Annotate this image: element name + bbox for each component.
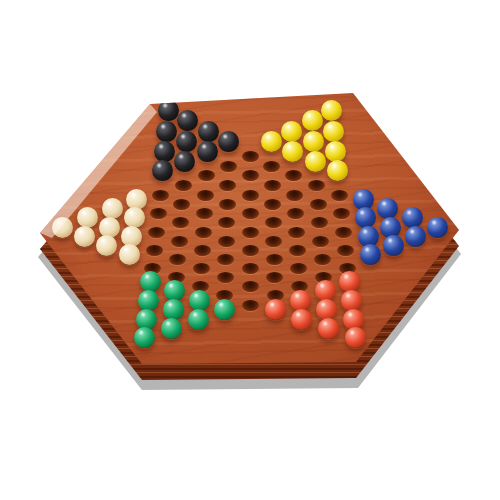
marble-black[interactable] bbox=[154, 141, 175, 162]
chinese-checkers-scene: chinese-checkers bbox=[0, 0, 500, 500]
marble-white[interactable] bbox=[99, 217, 120, 238]
board-hole[interactable] bbox=[242, 281, 259, 292]
marble-red[interactable] bbox=[341, 290, 362, 311]
board-hole[interactable] bbox=[173, 199, 190, 210]
board-hole[interactable] bbox=[219, 199, 236, 210]
board-hole[interactable] bbox=[266, 254, 283, 265]
board-hole[interactable] bbox=[152, 190, 169, 201]
board-hole[interactable] bbox=[242, 227, 259, 238]
marble-red[interactable] bbox=[339, 271, 360, 292]
marble-black[interactable] bbox=[152, 160, 173, 181]
marble-green[interactable] bbox=[189, 290, 210, 311]
marble-black[interactable] bbox=[198, 121, 219, 142]
board-hole[interactable] bbox=[331, 190, 348, 201]
marble-white[interactable] bbox=[124, 207, 145, 228]
marble-blue[interactable] bbox=[383, 235, 404, 256]
marble-green[interactable] bbox=[138, 290, 159, 311]
board-hole[interactable] bbox=[242, 263, 259, 274]
marble-green[interactable] bbox=[163, 299, 184, 320]
board-hole[interactable] bbox=[287, 208, 304, 219]
marble-yellow[interactable] bbox=[323, 121, 344, 142]
marble-yellow[interactable] bbox=[305, 151, 326, 172]
board-hole[interactable] bbox=[193, 263, 210, 274]
marble-red[interactable] bbox=[343, 309, 364, 330]
marble-white[interactable] bbox=[96, 235, 117, 256]
marble-yellow[interactable] bbox=[321, 100, 342, 121]
marble-green[interactable] bbox=[188, 309, 209, 330]
marble-black[interactable] bbox=[176, 131, 197, 152]
board-hole[interactable] bbox=[171, 236, 188, 247]
marble-yellow[interactable] bbox=[302, 110, 323, 131]
marble-blue[interactable] bbox=[427, 217, 448, 238]
board-hole[interactable] bbox=[289, 245, 306, 256]
board-hole[interactable] bbox=[242, 245, 259, 256]
board-hole[interactable] bbox=[337, 245, 354, 256]
marble-yellow[interactable] bbox=[281, 121, 302, 142]
board-hole[interactable] bbox=[242, 170, 259, 181]
marble-red[interactable] bbox=[318, 318, 339, 339]
board-hole[interactable] bbox=[242, 190, 259, 201]
marble-green[interactable] bbox=[214, 299, 235, 320]
board-hole[interactable] bbox=[311, 217, 328, 228]
marble-blue[interactable] bbox=[405, 226, 426, 247]
board-hole[interactable] bbox=[308, 180, 325, 191]
board-hole[interactable] bbox=[333, 208, 350, 219]
game-board bbox=[0, 0, 500, 500]
board-hole[interactable] bbox=[285, 170, 302, 181]
board-hole[interactable] bbox=[218, 236, 235, 247]
marble-black[interactable] bbox=[156, 121, 177, 142]
board-hole[interactable] bbox=[264, 180, 281, 191]
board-hole[interactable] bbox=[194, 245, 211, 256]
marble-red[interactable] bbox=[290, 290, 311, 311]
marble-black[interactable] bbox=[197, 141, 218, 162]
board-hole[interactable] bbox=[219, 180, 236, 191]
board-hole[interactable] bbox=[265, 217, 282, 228]
marble-yellow[interactable] bbox=[261, 131, 282, 152]
marble-yellow[interactable] bbox=[327, 160, 348, 181]
board-hole[interactable] bbox=[266, 272, 283, 283]
board-hole[interactable] bbox=[195, 227, 212, 238]
board-hole[interactable] bbox=[290, 263, 307, 274]
marble-blue[interactable] bbox=[377, 198, 398, 219]
marble-white[interactable] bbox=[77, 207, 98, 228]
board-hole[interactable] bbox=[217, 254, 234, 265]
board-hole[interactable] bbox=[148, 227, 165, 238]
board-hole[interactable] bbox=[217, 272, 234, 283]
board-hole[interactable] bbox=[169, 254, 186, 265]
board-hole[interactable] bbox=[263, 161, 280, 172]
board-hole[interactable] bbox=[196, 208, 213, 219]
board-hole[interactable] bbox=[265, 236, 282, 247]
board-hole[interactable] bbox=[242, 300, 259, 311]
board-hole[interactable] bbox=[314, 254, 331, 265]
board-hole[interactable] bbox=[312, 236, 329, 247]
marble-white[interactable] bbox=[74, 226, 95, 247]
board-hole[interactable] bbox=[310, 199, 327, 210]
board-hole[interactable] bbox=[286, 190, 303, 201]
marble-black[interactable] bbox=[177, 110, 198, 131]
board-hole[interactable] bbox=[264, 199, 281, 210]
board-hole[interactable] bbox=[335, 227, 352, 238]
marble-red[interactable] bbox=[345, 327, 366, 348]
board-hole[interactable] bbox=[242, 208, 259, 219]
marble-green[interactable] bbox=[134, 327, 155, 348]
board-hole[interactable] bbox=[146, 245, 163, 256]
marble-black[interactable] bbox=[174, 151, 195, 172]
board-hole[interactable] bbox=[218, 217, 235, 228]
marble-blue[interactable] bbox=[360, 244, 381, 265]
marble-yellow[interactable] bbox=[303, 131, 324, 152]
board-hole[interactable] bbox=[198, 170, 215, 181]
board-hole[interactable] bbox=[197, 190, 214, 201]
marble-green[interactable] bbox=[136, 309, 157, 330]
board-hole[interactable] bbox=[288, 227, 305, 238]
marble-white[interactable] bbox=[102, 198, 123, 219]
board-hole[interactable] bbox=[220, 161, 237, 172]
board-hole[interactable] bbox=[172, 217, 189, 228]
marble-yellow[interactable] bbox=[282, 141, 303, 162]
board-hole[interactable] bbox=[242, 151, 259, 162]
marble-red[interactable] bbox=[265, 299, 286, 320]
board-hole[interactable] bbox=[150, 208, 167, 219]
marble-red[interactable] bbox=[291, 309, 312, 330]
marble-black[interactable] bbox=[158, 100, 179, 121]
marble-black[interactable] bbox=[218, 131, 239, 152]
marble-white[interactable] bbox=[119, 244, 140, 265]
marble-yellow[interactable] bbox=[325, 141, 346, 162]
board-hole[interactable] bbox=[175, 180, 192, 191]
